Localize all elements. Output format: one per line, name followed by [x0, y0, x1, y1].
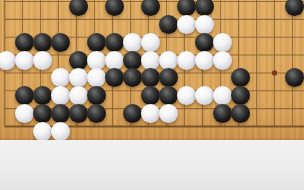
black-stone-glyph: ● — [128, 68, 138, 87]
white-stone-glyph: ○ — [56, 86, 66, 105]
black-stone-glyph: ● — [290, 68, 300, 87]
black-stone: ● — [51, 104, 70, 123]
white-stone-glyph: ○ — [218, 33, 228, 52]
black-stone-glyph: ● — [164, 15, 174, 34]
black-stone: ● — [51, 33, 70, 52]
black-stone-glyph: ● — [92, 86, 102, 105]
black-stone-glyph: ● — [236, 104, 246, 123]
black-stone-glyph: ● — [128, 51, 138, 70]
black-stone-glyph: ● — [74, 0, 84, 16]
black-stone-glyph: ● — [56, 33, 66, 52]
white-stone-glyph: ○ — [146, 104, 156, 123]
white-stone-glyph: ○ — [20, 51, 30, 70]
black-stone-glyph: ● — [110, 68, 120, 87]
white-stone: ○ — [15, 104, 34, 123]
black-stone-glyph: ● — [74, 51, 84, 70]
black-stone: ● — [231, 104, 250, 123]
white-stone-glyph: ○ — [182, 86, 192, 105]
black-stone-glyph: ● — [38, 86, 48, 105]
white-stone-glyph: ○ — [128, 33, 138, 52]
white-stone: ○ — [0, 51, 16, 70]
white-stone-glyph: ○ — [56, 122, 66, 140]
white-stone-glyph: ○ — [218, 51, 228, 70]
white-stone-glyph: ○ — [92, 51, 102, 70]
black-stone-glyph: ● — [128, 104, 138, 123]
white-stone-glyph: ○ — [164, 51, 174, 70]
white-stone-glyph: ○ — [182, 51, 192, 70]
white-stone: ○ — [177, 51, 196, 70]
black-stone-glyph: ● — [146, 0, 156, 16]
black-stone: ● — [195, 33, 214, 52]
black-stone-glyph: ● — [110, 33, 120, 52]
black-stone: ● — [123, 104, 142, 123]
white-stone-glyph: ○ — [38, 122, 48, 140]
black-stone: ● — [69, 104, 88, 123]
white-stone: ○ — [159, 51, 178, 70]
black-stone-glyph: ● — [236, 86, 246, 105]
black-stone-glyph: ● — [290, 0, 300, 16]
letterbox-bar — [0, 140, 304, 190]
white-stone-glyph: ○ — [200, 15, 210, 34]
white-stone-glyph: ○ — [74, 68, 84, 87]
white-stone-glyph: ○ — [2, 51, 12, 70]
screenshot-frame: ●●●●●●●○○●●●●●○○●○○○○●○○●○○○○○○○○●●●●●●●… — [0, 0, 304, 190]
white-stone: ○ — [141, 33, 160, 52]
white-stone: ○ — [51, 122, 70, 140]
white-stone: ○ — [195, 15, 214, 34]
white-stone: ○ — [33, 122, 52, 140]
white-stone: ○ — [105, 51, 124, 70]
black-stone-glyph: ● — [236, 68, 246, 87]
black-stone: ● — [69, 51, 88, 70]
white-stone-glyph: ○ — [164, 104, 174, 123]
white-stone-glyph: ○ — [200, 51, 210, 70]
white-stone: ○ — [15, 51, 34, 70]
black-stone-glyph: ● — [218, 104, 228, 123]
white-stone: ○ — [177, 15, 196, 34]
black-stone-glyph: ● — [56, 104, 66, 123]
white-stone: ○ — [213, 33, 232, 52]
white-stone-glyph: ○ — [218, 86, 228, 105]
white-stone-glyph: ○ — [110, 51, 120, 70]
black-stone: ● — [159, 15, 178, 34]
black-stone: ● — [123, 51, 142, 70]
white-stone-glyph: ○ — [92, 68, 102, 87]
black-stone-glyph: ● — [164, 86, 174, 105]
white-stone: ○ — [33, 51, 52, 70]
black-stone-glyph: ● — [38, 33, 48, 52]
white-stone: ○ — [213, 51, 232, 70]
white-stone-glyph: ○ — [200, 86, 210, 105]
black-stone: ● — [33, 33, 52, 52]
black-stone-glyph: ● — [200, 0, 210, 16]
white-stone-glyph: ○ — [38, 51, 48, 70]
black-stone-glyph: ● — [200, 33, 210, 52]
go-board[interactable]: ●●●●●●●○○●●●●●○○●○○○○●○○●○○○○○○○○●●●●●●●… — [0, 0, 304, 140]
white-stone: ○ — [87, 51, 106, 70]
black-stone: ● — [213, 104, 232, 123]
white-stone-glyph: ○ — [56, 68, 66, 87]
black-stone: ● — [33, 104, 52, 123]
white-stone: ○ — [141, 51, 160, 70]
white-stone: ○ — [141, 104, 160, 123]
white-stone: ○ — [195, 51, 214, 70]
black-stone-glyph: ● — [146, 86, 156, 105]
black-stone: ● — [105, 33, 124, 52]
white-stone-glyph: ○ — [20, 104, 30, 123]
black-stone-glyph: ● — [20, 86, 30, 105]
white-stone: ○ — [159, 104, 178, 123]
black-stone-glyph: ● — [146, 68, 156, 87]
black-stone-glyph: ● — [38, 104, 48, 123]
white-stone-glyph: ○ — [146, 33, 156, 52]
black-stone-glyph: ● — [92, 104, 102, 123]
black-stone-glyph: ● — [92, 33, 102, 52]
black-stone: ● — [15, 33, 34, 52]
black-stone-glyph: ● — [110, 0, 120, 16]
black-stone-glyph: ● — [164, 68, 174, 87]
black-stone-glyph: ● — [74, 104, 84, 123]
star-point — [272, 70, 277, 75]
white-stone-glyph: ○ — [74, 86, 84, 105]
black-stone-glyph: ● — [182, 0, 192, 16]
black-stone-glyph: ● — [20, 33, 30, 52]
white-stone: ○ — [123, 33, 142, 52]
black-stone: ● — [87, 104, 106, 123]
white-stone-glyph: ○ — [146, 51, 156, 70]
black-stone: ● — [87, 33, 106, 52]
white-stone-glyph: ○ — [182, 15, 192, 34]
